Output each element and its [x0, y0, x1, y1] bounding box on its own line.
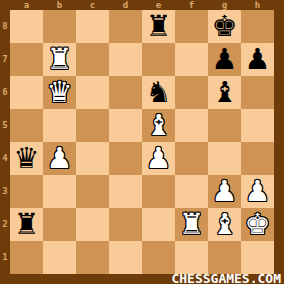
square-f6[interactable]	[175, 76, 208, 109]
rank-label-1: 1	[0, 241, 10, 274]
rank-label-8: 8	[0, 10, 10, 43]
square-c2[interactable]	[76, 208, 109, 241]
square-b1[interactable]	[43, 241, 76, 274]
square-d5[interactable]	[109, 109, 142, 142]
square-h3[interactable]: ♟	[241, 175, 274, 208]
square-d1[interactable]	[109, 241, 142, 274]
rank-label-6: 6	[0, 76, 10, 109]
square-a1[interactable]	[10, 241, 43, 274]
square-c3[interactable]	[76, 175, 109, 208]
piece-white-bishop[interactable]: ♝	[208, 208, 241, 241]
square-f1[interactable]	[175, 241, 208, 274]
square-a3[interactable]	[10, 175, 43, 208]
square-a2[interactable]: ♜	[10, 208, 43, 241]
piece-black-king[interactable]: ♚	[208, 10, 241, 43]
square-e2[interactable]	[142, 208, 175, 241]
square-b5[interactable]	[43, 109, 76, 142]
piece-white-rook[interactable]: ♜	[175, 208, 208, 241]
square-e5[interactable]: ♝	[142, 109, 175, 142]
square-f8[interactable]	[175, 10, 208, 43]
piece-white-pawn[interactable]: ♟	[208, 175, 241, 208]
chess-board[interactable]: ♜♚♜♟♟♛♞♝♝♛♟♟♟♟♜♜♝♚	[10, 10, 274, 274]
square-d2[interactable]	[109, 208, 142, 241]
square-a6[interactable]	[10, 76, 43, 109]
square-a4[interactable]: ♛	[10, 142, 43, 175]
file-label-f: f	[175, 0, 208, 10]
square-b4[interactable]: ♟	[43, 142, 76, 175]
piece-white-rook[interactable]: ♜	[43, 43, 76, 76]
piece-black-pawn[interactable]: ♟	[241, 43, 274, 76]
square-e1[interactable]	[142, 241, 175, 274]
chess-board-frame: abcdefgh 87654321 ♜♚♜♟♟♛♞♝♝♛♟♟♟♟♜♜♝♚ CHE…	[0, 0, 284, 284]
square-d6[interactable]	[109, 76, 142, 109]
square-c4[interactable]	[76, 142, 109, 175]
square-e8[interactable]: ♜	[142, 10, 175, 43]
square-d4[interactable]	[109, 142, 142, 175]
rank-label-5: 5	[0, 109, 10, 142]
piece-white-bishop[interactable]: ♝	[142, 109, 175, 142]
square-e3[interactable]	[142, 175, 175, 208]
square-a5[interactable]	[10, 109, 43, 142]
file-label-b: b	[43, 0, 76, 10]
square-f4[interactable]	[175, 142, 208, 175]
square-b6[interactable]: ♛	[43, 76, 76, 109]
square-c5[interactable]	[76, 109, 109, 142]
square-a7[interactable]	[10, 43, 43, 76]
square-g5[interactable]	[208, 109, 241, 142]
piece-white-pawn[interactable]: ♟	[43, 142, 76, 175]
square-h4[interactable]	[241, 142, 274, 175]
square-g4[interactable]	[208, 142, 241, 175]
square-d7[interactable]	[109, 43, 142, 76]
file-label-h: h	[241, 0, 274, 10]
square-c7[interactable]	[76, 43, 109, 76]
file-label-c: c	[76, 0, 109, 10]
square-c6[interactable]	[76, 76, 109, 109]
piece-black-bishop[interactable]: ♝	[208, 76, 241, 109]
square-h8[interactable]	[241, 10, 274, 43]
chessgames-watermark: CHESSGAMES.COM	[171, 273, 281, 284]
piece-black-queen[interactable]: ♛	[10, 142, 43, 175]
piece-black-rook[interactable]: ♜	[10, 208, 43, 241]
rank-label-2: 2	[0, 208, 10, 241]
square-f5[interactable]	[175, 109, 208, 142]
piece-white-king[interactable]: ♚	[241, 208, 274, 241]
square-e6[interactable]: ♞	[142, 76, 175, 109]
square-g7[interactable]: ♟	[208, 43, 241, 76]
square-f3[interactable]	[175, 175, 208, 208]
square-e7[interactable]	[142, 43, 175, 76]
rank-label-4: 4	[0, 142, 10, 175]
rank-label-7: 7	[0, 43, 10, 76]
square-f2[interactable]: ♜	[175, 208, 208, 241]
square-d8[interactable]	[109, 10, 142, 43]
piece-white-queen[interactable]: ♛	[43, 76, 76, 109]
square-d3[interactable]	[109, 175, 142, 208]
rank-labels: 87654321	[0, 10, 10, 274]
square-g2[interactable]: ♝	[208, 208, 241, 241]
square-b7[interactable]: ♜	[43, 43, 76, 76]
piece-black-pawn[interactable]: ♟	[208, 43, 241, 76]
file-label-d: d	[109, 0, 142, 10]
rank-label-3: 3	[0, 175, 10, 208]
square-c8[interactable]	[76, 10, 109, 43]
square-b8[interactable]	[43, 10, 76, 43]
square-b3[interactable]	[43, 175, 76, 208]
file-label-a: a	[10, 0, 43, 10]
square-a8[interactable]	[10, 10, 43, 43]
square-g6[interactable]: ♝	[208, 76, 241, 109]
square-h7[interactable]: ♟	[241, 43, 274, 76]
square-f7[interactable]	[175, 43, 208, 76]
square-e4[interactable]: ♟	[142, 142, 175, 175]
square-b2[interactable]	[43, 208, 76, 241]
square-h2[interactable]: ♚	[241, 208, 274, 241]
square-c1[interactable]	[76, 241, 109, 274]
piece-white-pawn[interactable]: ♟	[142, 142, 175, 175]
square-h5[interactable]	[241, 109, 274, 142]
piece-black-knight[interactable]: ♞	[142, 76, 175, 109]
square-g8[interactable]: ♚	[208, 10, 241, 43]
square-h6[interactable]	[241, 76, 274, 109]
piece-black-rook[interactable]: ♜	[142, 10, 175, 43]
square-h1[interactable]	[241, 241, 274, 274]
piece-white-pawn[interactable]: ♟	[241, 175, 274, 208]
square-g3[interactable]: ♟	[208, 175, 241, 208]
square-g1[interactable]	[208, 241, 241, 274]
